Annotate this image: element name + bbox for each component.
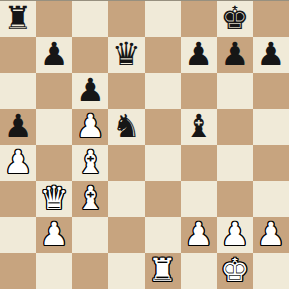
piece-black-pawn[interactable]: ♟ [76, 73, 105, 108]
piece-white-pawn[interactable]: ♟ [4, 145, 33, 180]
piece-white-pawn[interactable]: ♟ [257, 217, 286, 252]
square-h3[interactable] [253, 181, 289, 217]
square-d4[interactable] [108, 145, 144, 181]
square-b8[interactable] [36, 1, 72, 37]
square-f7[interactable]: ♟ [181, 37, 217, 73]
square-c7[interactable] [72, 37, 108, 73]
square-b7[interactable]: ♟ [36, 37, 72, 73]
square-c5[interactable]: ♟ [72, 109, 108, 145]
square-e2[interactable] [145, 217, 181, 253]
square-c2[interactable] [72, 217, 108, 253]
square-g1[interactable]: ♚ [217, 253, 253, 289]
square-g5[interactable] [217, 109, 253, 145]
piece-black-pawn[interactable]: ♟ [4, 109, 33, 144]
square-h8[interactable] [253, 1, 289, 37]
square-e6[interactable] [145, 73, 181, 109]
square-b1[interactable] [36, 253, 72, 289]
square-h4[interactable] [253, 145, 289, 181]
square-e5[interactable] [145, 109, 181, 145]
square-g3[interactable] [217, 181, 253, 217]
square-a6[interactable] [0, 73, 36, 109]
piece-black-queen[interactable]: ♛ [112, 37, 141, 72]
square-c6[interactable]: ♟ [72, 73, 108, 109]
piece-white-pawn[interactable]: ♟ [76, 109, 105, 144]
piece-black-knight[interactable]: ♞ [112, 109, 141, 144]
square-h6[interactable] [253, 73, 289, 109]
square-a7[interactable] [0, 37, 36, 73]
square-f8[interactable] [181, 1, 217, 37]
square-b5[interactable] [36, 109, 72, 145]
square-f5[interactable]: ♝ [181, 109, 217, 145]
square-d7[interactable]: ♛ [108, 37, 144, 73]
square-h1[interactable] [253, 253, 289, 289]
piece-white-rook[interactable]: ♜ [148, 253, 177, 288]
square-f3[interactable] [181, 181, 217, 217]
square-f6[interactable] [181, 73, 217, 109]
square-d8[interactable] [108, 1, 144, 37]
piece-white-pawn[interactable]: ♟ [220, 217, 249, 252]
square-c8[interactable] [72, 1, 108, 37]
square-c3[interactable]: ♝ [72, 181, 108, 217]
square-h7[interactable]: ♟ [253, 37, 289, 73]
square-a1[interactable] [0, 253, 36, 289]
square-g4[interactable] [217, 145, 253, 181]
piece-black-pawn[interactable]: ♟ [184, 37, 213, 72]
square-g6[interactable] [217, 73, 253, 109]
square-a8[interactable]: ♜ [0, 1, 36, 37]
square-c4[interactable]: ♝ [72, 145, 108, 181]
square-d3[interactable] [108, 181, 144, 217]
piece-black-bishop[interactable]: ♝ [184, 109, 213, 144]
square-d2[interactable] [108, 217, 144, 253]
square-a5[interactable]: ♟ [0, 109, 36, 145]
square-h2[interactable]: ♟ [253, 217, 289, 253]
square-g2[interactable]: ♟ [217, 217, 253, 253]
square-a3[interactable] [0, 181, 36, 217]
square-a2[interactable] [0, 217, 36, 253]
square-e4[interactable] [145, 145, 181, 181]
piece-white-queen[interactable]: ♛ [40, 181, 69, 216]
piece-black-rook[interactable]: ♜ [4, 1, 33, 36]
square-b2[interactable]: ♟ [36, 217, 72, 253]
square-a4[interactable]: ♟ [0, 145, 36, 181]
square-f4[interactable] [181, 145, 217, 181]
piece-black-king[interactable]: ♚ [220, 1, 249, 36]
piece-white-king[interactable]: ♚ [220, 253, 249, 288]
square-g8[interactable]: ♚ [217, 1, 253, 37]
chess-board: ♜♚♟♛♟♟♟♟♟♟♞♝♟♝♛♝♟♟♟♟♜♚ [0, 1, 289, 289]
square-h5[interactable] [253, 109, 289, 145]
square-c1[interactable] [72, 253, 108, 289]
piece-white-pawn[interactable]: ♟ [40, 217, 69, 252]
square-b3[interactable]: ♛ [36, 181, 72, 217]
piece-black-pawn[interactable]: ♟ [220, 37, 249, 72]
square-f2[interactable]: ♟ [181, 217, 217, 253]
chess-board-frame: ♜♚♟♛♟♟♟♟♟♟♞♝♟♝♛♝♟♟♟♟♜♚ [0, 0, 289, 289]
piece-black-pawn[interactable]: ♟ [40, 37, 69, 72]
square-e7[interactable] [145, 37, 181, 73]
square-d5[interactable]: ♞ [108, 109, 144, 145]
square-g7[interactable]: ♟ [217, 37, 253, 73]
piece-white-pawn[interactable]: ♟ [184, 217, 213, 252]
square-b4[interactable] [36, 145, 72, 181]
square-d1[interactable] [108, 253, 144, 289]
square-e1[interactable]: ♜ [145, 253, 181, 289]
piece-white-bishop[interactable]: ♝ [76, 145, 105, 180]
square-e8[interactable] [145, 1, 181, 37]
square-e3[interactable] [145, 181, 181, 217]
square-f1[interactable] [181, 253, 217, 289]
square-d6[interactable] [108, 73, 144, 109]
piece-black-pawn[interactable]: ♟ [257, 37, 286, 72]
square-b6[interactable] [36, 73, 72, 109]
piece-white-bishop[interactable]: ♝ [76, 181, 105, 216]
